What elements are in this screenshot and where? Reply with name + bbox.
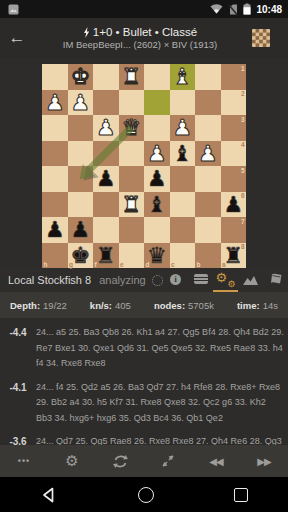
screenshot-notification-icon (8, 4, 19, 15)
white-pawn-h2: ♟ (45, 90, 65, 116)
white-king-g1: ♚ (70, 64, 90, 90)
nav-home-button[interactable] (138, 487, 154, 503)
more-options-button[interactable]: ••• (6, 445, 42, 477)
square-c8[interactable]: c (170, 243, 196, 269)
square-d5[interactable]: ♟ (144, 166, 170, 192)
square-e4[interactable] (119, 141, 145, 167)
square-g5[interactable] (68, 166, 94, 192)
square-b7[interactable] (195, 217, 221, 243)
black-pawn-g7: ♟ (70, 217, 90, 243)
square-d4[interactable]: ♟ (144, 141, 170, 167)
file-label-a: a (222, 261, 226, 268)
tab-info[interactable]: i (163, 268, 188, 292)
rank-label-6: 6 (241, 192, 245, 199)
square-g2[interactable]: ♟ (68, 90, 94, 116)
square-d2[interactable] (144, 90, 170, 116)
black-king-g8: ♚ (70, 243, 90, 269)
square-c7[interactable] (170, 217, 196, 243)
square-g4[interactable] (68, 141, 94, 167)
square-b2[interactable] (195, 90, 221, 116)
white-queen-e3: ♛ (121, 115, 141, 141)
square-h5[interactable] (42, 166, 68, 192)
rank-label-3: 3 (241, 116, 245, 123)
square-f8[interactable]: f♜ (93, 243, 119, 269)
analyzing-spinner-icon (152, 275, 163, 286)
square-g8[interactable]: g♚ (68, 243, 94, 269)
square-h4[interactable] (42, 141, 68, 167)
white-rook-e1: ♜ (121, 64, 141, 90)
chess-board[interactable]: ♚♜♝1♟♟2♟♛♟3♟♝♟4♟♟5♜♝6♟♟♟7hg♚f♜ed♛cba8♜ (42, 64, 246, 268)
analysis-toolbar: ••• ⚙ ◀◀ ▶▶ (0, 445, 288, 477)
square-g1[interactable]: ♚ (68, 64, 94, 90)
square-c5[interactable] (170, 166, 196, 192)
move-list-icon (194, 274, 208, 284)
android-nav-bar (0, 477, 288, 512)
square-c1[interactable]: ♝ (170, 64, 196, 90)
black-bishop-d6: ♝ (147, 192, 167, 218)
black-rook-f8: ♜ (96, 243, 116, 269)
white-pawn-d4: ♟ (147, 141, 167, 167)
square-h1[interactable] (42, 64, 68, 90)
file-label-b: b (197, 261, 201, 268)
rewind-button[interactable]: ◀◀ (198, 445, 234, 477)
square-f4[interactable] (93, 141, 119, 167)
file-label-c: c (171, 261, 175, 268)
engine-line-3[interactable]: -3.624... Qd7 25. Qg5 Rae8 26. Rxe8 Rxe8… (0, 430, 288, 445)
square-a1[interactable]: 1 (221, 64, 247, 90)
engine-lines: -4.424... a5 25. Ba3 Qb8 26. Kh1 a4 27. … (0, 318, 288, 445)
wifi-icon (210, 4, 223, 14)
square-a6[interactable]: 6♟ (221, 192, 247, 218)
square-e2[interactable] (119, 90, 145, 116)
file-label-h: h (44, 261, 48, 268)
engine-line-1[interactable]: -4.424... a5 25. Ba3 Qb8 26. Kh1 a4 27. … (0, 321, 288, 376)
engine-status: analyzing (99, 274, 145, 286)
square-c6[interactable] (170, 192, 196, 218)
square-e3[interactable]: ♛ (119, 115, 145, 141)
stat-time: time:14s (237, 300, 278, 311)
engine-name: Local Stockfish 8 (8, 274, 91, 286)
status-bar: 10:48 (0, 0, 288, 18)
battery-icon (243, 3, 251, 15)
rank-label-1: 1 (241, 65, 245, 72)
lightning-icon (83, 27, 90, 38)
square-d3[interactable] (144, 115, 170, 141)
engine-line-2[interactable]: -4.124... f4 25. Qd2 a5 26. Ba3 Qd7 27. … (0, 376, 288, 431)
tab-chart[interactable] (238, 268, 263, 292)
rank-label-8: 8 (241, 243, 245, 250)
tab-engine-analysis[interactable]: ⚙⚙ (213, 268, 238, 292)
line-eval: -4.1 (0, 380, 36, 427)
file-label-e: e (120, 261, 124, 268)
tab-book[interactable] (263, 268, 288, 292)
forward-button[interactable]: ▶▶ (246, 445, 282, 477)
square-a4[interactable]: 4 (221, 141, 247, 167)
black-pawn-d5: ♟ (147, 166, 167, 192)
square-b3[interactable] (195, 115, 221, 141)
gears-icon: ⚙⚙ (217, 271, 235, 287)
white-pawn-g2: ♟ (70, 90, 90, 116)
board-zone: ♚♜♝1♟♟2♟♛♟3♟♝♟4♟♟5♜♝6♟♟♟7hg♚f♜ed♛cba8♜ (0, 58, 288, 268)
no-sim-icon (228, 4, 238, 15)
white-bishop-c1: ♝ (172, 64, 192, 90)
square-h8[interactable]: h (42, 243, 68, 269)
square-d7[interactable] (144, 217, 170, 243)
square-f1[interactable] (93, 64, 119, 90)
square-f6[interactable] (93, 192, 119, 218)
square-b8[interactable]: b (195, 243, 221, 269)
line-moves: 24... f4 25. Qd2 a5 26. Ba3 Qd7 27. h4 R… (36, 380, 284, 427)
square-c4[interactable]: ♝ (170, 141, 196, 167)
game-header: 1+0 • Bullet • Classé IM BeepBeepI... (2… (34, 26, 246, 50)
square-a3[interactable]: 3 (221, 115, 247, 141)
square-f5[interactable]: ♟ (93, 166, 119, 192)
collapse-board-button[interactable] (150, 445, 186, 477)
rank-label-7: 7 (241, 218, 245, 225)
rank-label-5: 5 (241, 167, 245, 174)
square-g7[interactable]: ♟ (68, 217, 94, 243)
players-subtitle: IM BeepBeepI... (2602) × BIV (1913) (63, 39, 217, 50)
back-button[interactable]: ← (0, 18, 34, 58)
file-label-f: f (95, 261, 97, 268)
clock-time: 10:48 (256, 4, 282, 15)
square-g3[interactable] (68, 115, 94, 141)
square-g6[interactable] (68, 192, 94, 218)
square-a8[interactable]: a8♜ (221, 243, 247, 269)
engine-tab-bar: Local Stockfish 8 analyzing i ⚙⚙ (0, 268, 288, 292)
square-e5[interactable] (119, 166, 145, 192)
square-d6[interactable]: ♝ (144, 192, 170, 218)
square-c2[interactable] (170, 90, 196, 116)
square-h7[interactable]: ♟ (42, 217, 68, 243)
black-pawn-f5: ♟ (96, 166, 116, 192)
file-label-g: g (69, 261, 73, 268)
square-e1[interactable]: ♜ (119, 64, 145, 90)
square-d1[interactable] (144, 64, 170, 90)
file-label-d: d (146, 261, 150, 268)
white-rook-e6: ♜ (121, 192, 141, 218)
app-bar: ← 1+0 • Bullet • Classé IM BeepBeepI... … (0, 18, 288, 58)
stat-kns: kn/s:405 (90, 300, 131, 311)
square-b1[interactable] (195, 64, 221, 90)
square-h6[interactable] (42, 192, 68, 218)
line-eval: -3.6 (0, 434, 36, 445)
flip-cycle-button[interactable] (102, 445, 138, 477)
nav-recents-button[interactable] (234, 488, 248, 502)
square-b6[interactable] (195, 192, 221, 218)
square-b5[interactable] (195, 166, 221, 192)
stat-depth: Depth:19/22 (10, 300, 67, 311)
square-e8[interactable]: e (119, 243, 145, 269)
square-a2[interactable]: 2 (221, 90, 247, 116)
info-icon: i (170, 274, 181, 285)
settings-button[interactable]: ⚙ (54, 445, 90, 477)
square-a7[interactable]: 7 (221, 217, 247, 243)
square-a5[interactable]: 5 (221, 166, 247, 192)
line-moves: 24... a5 25. Ba3 Qb8 26. Kh1 a4 27. Qg5 … (36, 325, 284, 372)
square-h2[interactable]: ♟ (42, 90, 68, 116)
black-queen-d8: ♛ (147, 243, 167, 269)
square-f7[interactable] (93, 217, 119, 243)
black-pawn-h7: ♟ (45, 217, 65, 243)
nav-back-button[interactable] (40, 486, 58, 504)
line-moves: 24... Qd7 25. Qg5 Rae8 26. Rxe8 Rxe8 27.… (36, 434, 284, 445)
square-f2[interactable] (93, 90, 119, 116)
square-e6[interactable]: ♜ (119, 192, 145, 218)
white-pawn-f3: ♟ (96, 115, 116, 141)
square-h3[interactable] (42, 115, 68, 141)
game-title: 1+0 • Bullet • Classé (93, 26, 197, 38)
square-f3[interactable]: ♟ (93, 115, 119, 141)
stat-nodes: nodes:5705k (154, 300, 214, 311)
rank-label-2: 2 (241, 90, 245, 97)
square-c3[interactable]: ♟ (170, 115, 196, 141)
line-eval: -4.4 (0, 325, 36, 372)
chart-icon (243, 274, 258, 285)
square-b4[interactable]: ♟ (195, 141, 221, 167)
rank-label-4: 4 (241, 141, 245, 148)
square-e7[interactable] (119, 217, 145, 243)
black-bishop-c4: ♝ (172, 141, 192, 167)
engine-stats-row: Depth:19/22kn/s:405nodes:5705ktime:14s (0, 292, 288, 318)
tab-move-list[interactable] (188, 268, 213, 292)
white-pawn-c3: ♟ (172, 115, 192, 141)
board-thumbnail-icon[interactable] (252, 29, 270, 47)
book-icon (269, 273, 283, 285)
white-pawn-b4: ♟ (198, 141, 218, 167)
square-d8[interactable]: d♛ (144, 243, 170, 269)
